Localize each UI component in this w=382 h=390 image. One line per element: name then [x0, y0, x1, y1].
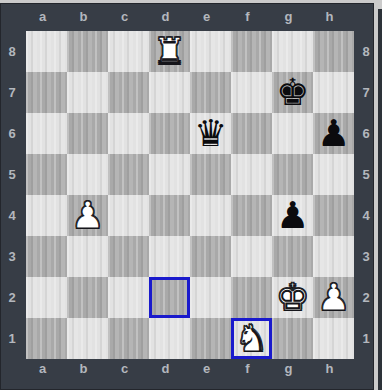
square-d6[interactable] — [149, 113, 190, 154]
rank-label-5: 5 — [1, 154, 23, 195]
chess-board: ♜♚♛♟♟♟♚♟♞ — [26, 31, 354, 359]
square-h6[interactable]: ♟ — [313, 113, 354, 154]
file-label-a: a — [22, 361, 63, 377]
rank-labels-left: 87654321 — [1, 31, 23, 359]
square-b8[interactable] — [67, 31, 108, 72]
square-e2[interactable] — [190, 277, 231, 318]
piece-black-pawn[interactable]: ♟ — [276, 197, 309, 234]
rank-label-6: 6 — [1, 113, 23, 154]
square-b1[interactable] — [67, 318, 108, 359]
piece-white-rook[interactable]: ♜ — [153, 33, 186, 70]
piece-white-pawn[interactable]: ♟ — [71, 197, 104, 234]
square-h5[interactable] — [313, 154, 354, 195]
file-label-e: e — [186, 361, 227, 377]
file-label-h: h — [309, 361, 350, 377]
square-b7[interactable] — [67, 72, 108, 113]
square-e7[interactable] — [190, 72, 231, 113]
piece-black-king[interactable]: ♚ — [276, 74, 309, 111]
window-right-edge — [378, 9, 382, 390]
square-d5[interactable] — [149, 154, 190, 195]
rank-label-3: 3 — [355, 236, 377, 277]
square-a4[interactable] — [26, 195, 67, 236]
square-e4[interactable] — [190, 195, 231, 236]
square-c3[interactable] — [108, 236, 149, 277]
square-h1[interactable] — [313, 318, 354, 359]
square-a2[interactable] — [26, 277, 67, 318]
piece-white-knight[interactable]: ♞ — [235, 320, 268, 357]
square-h3[interactable] — [313, 236, 354, 277]
square-e5[interactable] — [190, 154, 231, 195]
square-d3[interactable] — [149, 236, 190, 277]
file-label-d: d — [145, 361, 186, 377]
piece-black-queen[interactable]: ♛ — [194, 115, 227, 152]
file-labels-bottom: abcdefgh — [22, 361, 350, 377]
rank-label-4: 4 — [355, 195, 377, 236]
rank-label-2: 2 — [355, 277, 377, 318]
rank-label-6: 6 — [355, 113, 377, 154]
rank-label-1: 1 — [355, 318, 377, 359]
square-h2[interactable]: ♟ — [313, 277, 354, 318]
file-label-b: b — [63, 9, 104, 25]
square-f6[interactable] — [231, 113, 272, 154]
file-label-e: e — [186, 9, 227, 25]
square-h4[interactable] — [313, 195, 354, 236]
file-label-h: h — [309, 9, 350, 25]
square-h8[interactable] — [313, 31, 354, 72]
square-a5[interactable] — [26, 154, 67, 195]
square-f3[interactable] — [231, 236, 272, 277]
square-e3[interactable] — [190, 236, 231, 277]
square-f8[interactable] — [231, 31, 272, 72]
square-h7[interactable] — [313, 72, 354, 113]
piece-black-pawn[interactable]: ♟ — [317, 115, 350, 152]
rank-label-8: 8 — [355, 31, 377, 72]
square-b5[interactable] — [67, 154, 108, 195]
piece-white-pawn[interactable]: ♟ — [317, 279, 350, 316]
rank-label-4: 4 — [1, 195, 23, 236]
square-f4[interactable] — [231, 195, 272, 236]
square-g2[interactable]: ♚ — [272, 277, 313, 318]
square-g7[interactable]: ♚ — [272, 72, 313, 113]
rank-label-7: 7 — [1, 72, 23, 113]
square-g3[interactable] — [272, 236, 313, 277]
square-g1[interactable] — [272, 318, 313, 359]
rank-labels-right: 87654321 — [355, 31, 377, 359]
square-a6[interactable] — [26, 113, 67, 154]
rank-label-8: 8 — [1, 31, 23, 72]
piece-white-king[interactable]: ♚ — [276, 279, 309, 316]
square-f2[interactable] — [231, 277, 272, 318]
square-d2[interactable] — [149, 277, 190, 318]
square-d4[interactable] — [149, 195, 190, 236]
rank-label-2: 2 — [1, 277, 23, 318]
square-a7[interactable] — [26, 72, 67, 113]
file-label-d: d — [145, 9, 186, 25]
square-c8[interactable] — [108, 31, 149, 72]
rank-label-5: 5 — [355, 154, 377, 195]
file-label-c: c — [104, 9, 145, 25]
square-e6[interactable]: ♛ — [190, 113, 231, 154]
square-b3[interactable] — [67, 236, 108, 277]
square-d1[interactable] — [149, 318, 190, 359]
square-c4[interactable] — [108, 195, 149, 236]
square-g6[interactable] — [272, 113, 313, 154]
rank-label-3: 3 — [1, 236, 23, 277]
square-f5[interactable] — [231, 154, 272, 195]
file-label-g: g — [268, 361, 309, 377]
square-d7[interactable] — [149, 72, 190, 113]
file-label-f: f — [227, 9, 268, 25]
rank-label-7: 7 — [355, 72, 377, 113]
square-f1[interactable]: ♞ — [231, 318, 272, 359]
rank-label-1: 1 — [1, 318, 23, 359]
square-c1[interactable] — [108, 318, 149, 359]
file-label-b: b — [63, 361, 104, 377]
square-c6[interactable] — [108, 113, 149, 154]
file-labels-top: abcdefgh — [22, 9, 350, 25]
square-c7[interactable] — [108, 72, 149, 113]
square-a8[interactable] — [26, 31, 67, 72]
square-c2[interactable] — [108, 277, 149, 318]
square-d8[interactable]: ♜ — [149, 31, 190, 72]
file-label-a: a — [22, 9, 63, 25]
file-label-c: c — [104, 361, 145, 377]
square-b2[interactable] — [67, 277, 108, 318]
square-e8[interactable] — [190, 31, 231, 72]
square-a3[interactable] — [26, 236, 67, 277]
square-g5[interactable] — [272, 154, 313, 195]
square-b6[interactable] — [67, 113, 108, 154]
square-g8[interactable] — [272, 31, 313, 72]
square-b4[interactable]: ♟ — [67, 195, 108, 236]
square-e1[interactable] — [190, 318, 231, 359]
square-a1[interactable] — [26, 318, 67, 359]
square-c5[interactable] — [108, 154, 149, 195]
file-label-f: f — [227, 361, 268, 377]
file-label-g: g — [268, 9, 309, 25]
square-g4[interactable]: ♟ — [272, 195, 313, 236]
square-f7[interactable] — [231, 72, 272, 113]
